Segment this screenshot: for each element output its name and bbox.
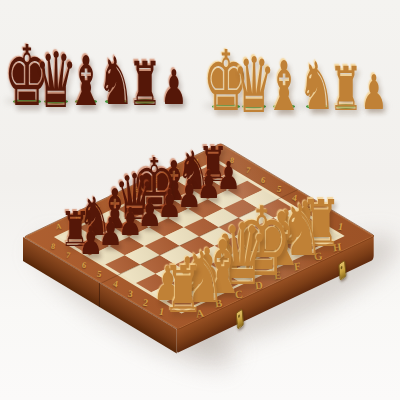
lineup-dark-pawn: ♟ [159, 64, 189, 112]
piece-dark-pawn: ♟ [77, 222, 105, 261]
rank-label: 4 [112, 279, 118, 289]
product-photo-scene: ♚♛♝♞♜♟ ♚♛♝♞♜♟ AA11BB22CC33DD44EE55FF66GG… [0, 0, 400, 400]
fold-seam-notch [99, 283, 100, 308]
lineup-light-pawn: ♟ [359, 69, 389, 117]
piece-light-rook: ♜ [160, 257, 206, 322]
